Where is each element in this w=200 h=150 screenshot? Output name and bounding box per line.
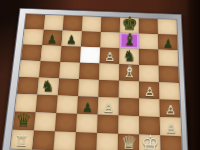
board-square-a7[interactable] [23, 29, 44, 45]
black-pawn-c7[interactable]: ♟ [66, 34, 77, 46]
board-square-f4[interactable] [119, 81, 139, 99]
board-square-b7[interactable]: ♟ [42, 30, 63, 46]
black-knight-b4[interactable]: ♞ [41, 79, 55, 95]
board-square-g3[interactable] [139, 99, 160, 117]
board-square-c1[interactable] [53, 131, 76, 150]
black-bishop-f7[interactable]: ♝ [122, 32, 136, 48]
board-square-g4[interactable]: ♙ [139, 81, 159, 99]
board-square-g5[interactable] [139, 65, 159, 82]
board-square-d8[interactable] [82, 16, 102, 32]
wood-table-background [186, 0, 200, 150]
chess-board[interactable]: ♚♟♟♝♟♙♞♗♞♙♟♙♙♛♙♖♕♔ [9, 13, 183, 150]
black-pawn-h7[interactable]: ♟ [163, 37, 174, 49]
board-square-c7[interactable]: ♟ [61, 30, 81, 46]
board-square-g1[interactable]: ♔ [139, 135, 160, 150]
board-frame: ♚♟♟♝♟♙♞♗♞♙♟♙♙♛♙♖♕♔ [1, 8, 189, 150]
board-square-h4[interactable] [159, 82, 180, 100]
board-square-h5[interactable] [159, 66, 179, 83]
board-square-h7[interactable]: ♟ [158, 34, 178, 50]
board-square-f1[interactable]: ♕ [118, 134, 139, 150]
board-square-h2[interactable]: ♙ [160, 117, 181, 136]
board-square-e7[interactable] [100, 32, 120, 48]
board-square-g6[interactable] [139, 49, 159, 66]
game-scene: ♚♟♟♝♟♙♞♗♞♙♟♙♙♛♙♖♕♔ [0, 0, 200, 150]
white-pawn-e3[interactable]: ♙ [102, 102, 114, 115]
board-square-b2[interactable] [34, 112, 56, 131]
board-square-d4[interactable] [78, 79, 99, 97]
black-pawn-b7[interactable]: ♟ [47, 33, 58, 45]
board-square-e6[interactable]: ♙ [100, 47, 120, 64]
white-pawn-h3[interactable]: ♙ [165, 104, 177, 117]
board-square-d3[interactable]: ♟ [77, 96, 98, 114]
board-square-b3[interactable] [36, 95, 58, 113]
board-square-a2[interactable]: ♛ [13, 111, 36, 130]
white-pawn-e6[interactable]: ♙ [104, 51, 115, 63]
white-queen-f1[interactable]: ♕ [120, 134, 137, 150]
board-square-d1[interactable] [75, 132, 97, 150]
white-pawn-g4[interactable]: ♙ [144, 86, 155, 99]
board-square-a1[interactable]: ♖ [11, 130, 34, 150]
board-square-c3[interactable] [56, 95, 78, 113]
board-square-a5[interactable] [19, 60, 41, 77]
board-square-a8[interactable] [25, 14, 46, 30]
white-rook-a1[interactable]: ♖ [15, 133, 29, 149]
white-king-g1[interactable]: ♔ [141, 132, 160, 150]
white-pawn-h2[interactable]: ♙ [165, 122, 177, 135]
board-square-c4[interactable] [58, 78, 79, 96]
board-square-e5[interactable] [99, 63, 119, 80]
board-square-b8[interactable] [44, 15, 64, 31]
board-square-d6[interactable] [80, 47, 100, 64]
black-pawn-d3[interactable]: ♟ [82, 101, 94, 114]
board-square-d7[interactable] [81, 31, 101, 47]
board-square-b6[interactable] [41, 45, 62, 62]
board-square-c5[interactable] [59, 62, 80, 79]
board-square-h6[interactable] [158, 50, 178, 67]
board-square-h8[interactable] [158, 19, 177, 35]
board-square-g8[interactable] [139, 18, 158, 34]
board-square-e1[interactable] [96, 133, 118, 150]
board-square-c8[interactable] [63, 16, 83, 32]
board-square-e4[interactable] [98, 80, 119, 98]
board-square-g7[interactable] [139, 33, 158, 49]
board-square-h3[interactable]: ♙ [159, 99, 180, 118]
board-square-b1[interactable] [32, 130, 55, 150]
board-square-f5[interactable]: ♗ [119, 64, 139, 81]
board-square-d2[interactable] [76, 114, 98, 133]
black-queen-a2[interactable]: ♛ [15, 111, 32, 130]
board-square-e2[interactable] [97, 115, 118, 134]
board-square-c2[interactable] [55, 113, 77, 132]
board-square-e8[interactable] [101, 17, 120, 33]
white-bishop-f5[interactable]: ♗ [122, 64, 137, 81]
board-square-c6[interactable] [60, 46, 81, 63]
board-square-h1[interactable] [160, 135, 182, 150]
board-square-d5[interactable] [79, 63, 100, 80]
board-square-a6[interactable] [21, 44, 42, 61]
board-square-a4[interactable] [17, 77, 39, 95]
board-square-f3[interactable] [118, 98, 139, 116]
board-square-e3[interactable]: ♙ [98, 97, 119, 115]
board-square-b4[interactable]: ♞ [37, 78, 59, 96]
